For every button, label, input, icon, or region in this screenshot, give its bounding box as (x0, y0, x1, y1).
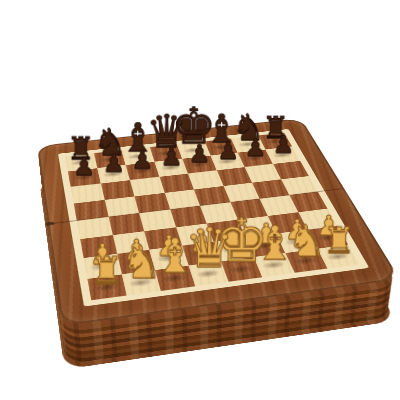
piece-black-pawn-c7[interactable]: ♟ (132, 148, 154, 173)
board-box: ♜♞♝♛♚♝♞♜♟♟♟♟♟♟♟♟♟♟♟♟♟♟♟♟♜♞♝♛♚♝♞♜ (38, 130, 397, 340)
piece-black-pawn-d7[interactable]: ♟ (160, 145, 182, 170)
square-a1[interactable]: ♜ (87, 274, 126, 300)
square-a6[interactable] (71, 183, 105, 203)
chess-board: ♜♞♝♛♚♝♞♜♟♟♟♟♟♟♟♟♟♟♟♟♟♟♟♟♜♞♝♛♚♝♞♜ (65, 133, 359, 301)
square-b6[interactable] (100, 180, 134, 200)
square-c7[interactable]: ♟ (126, 162, 159, 180)
square-c6[interactable] (130, 177, 164, 196)
square-b1[interactable]: ♞ (121, 270, 160, 296)
piece-black-pawn-g7[interactable]: ♟ (245, 135, 267, 159)
piece-black-pawn-b7[interactable]: ♟ (102, 151, 124, 176)
piece-white-rook-a1[interactable]: ♜ (90, 252, 124, 290)
hinge-notch (45, 222, 54, 227)
square-b5[interactable] (104, 196, 139, 217)
photo-scene: ♜♞♝♛♚♝♞♜♟♟♟♟♟♟♟♟♟♟♟♟♟♟♟♟♜♞♝♛♚♝♞♜ (0, 0, 400, 400)
piece-black-pawn-a7[interactable]: ♟ (73, 154, 96, 179)
piece-black-pawn-h7[interactable]: ♟ (272, 132, 294, 156)
piece-white-knight-b1[interactable]: ♞ (121, 240, 162, 285)
piece-white-rook-h1[interactable]: ♜ (323, 223, 355, 259)
piece-black-pawn-f7[interactable]: ♟ (217, 138, 239, 163)
piece-black-pawn-e7[interactable]: ♟ (189, 141, 211, 166)
